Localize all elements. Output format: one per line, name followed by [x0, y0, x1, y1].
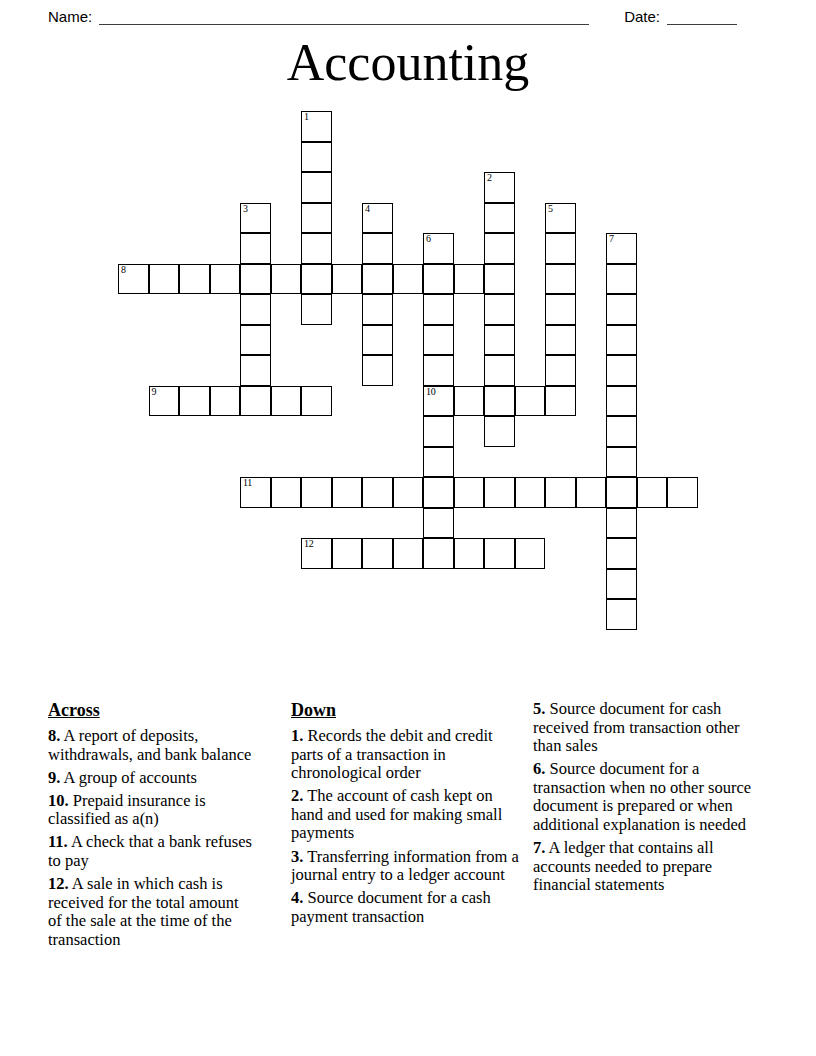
grid-cell-r14c6[interactable]: 12 [301, 538, 332, 569]
down-clues-column-2: 5. Source document for cash received fro… [533, 700, 769, 899]
grid-cell-r16c16[interactable] [606, 599, 637, 630]
grid-cell-r14c13[interactable] [515, 538, 546, 569]
grid-cell-r8c8[interactable] [362, 355, 393, 386]
grid-cell-r9c12[interactable] [484, 386, 515, 417]
grid-cell-r14c16[interactable] [606, 538, 637, 569]
grid-cell-r5c2[interactable] [179, 264, 210, 295]
grid-cell-r6c16[interactable] [606, 294, 637, 325]
grid-cell-r8c4[interactable] [240, 355, 271, 386]
grid-cell-r10c12[interactable] [484, 416, 515, 447]
worksheet-header: Name: Date: [48, 5, 737, 25]
grid-cell-r5c12[interactable] [484, 264, 515, 295]
across-clue-11: 11. A check that a bank refuses to pay [48, 833, 254, 870]
clue-number: 9. [48, 768, 60, 787]
across-clue-10: 10. Prepaid insurance is classified as a… [48, 792, 254, 829]
clue-number: 2. [291, 786, 303, 805]
grid-cell-r1c6[interactable] [301, 142, 332, 173]
grid-cell-r10c16[interactable] [606, 416, 637, 447]
grid-cell-r9c3[interactable] [210, 386, 241, 417]
down-clue-4: 4. Source document for a cash payment tr… [291, 889, 520, 926]
grid-cell-r9c13[interactable] [515, 386, 546, 417]
grid-cell-r9c14[interactable] [545, 386, 576, 417]
grid-cell-r4c4[interactable] [240, 233, 271, 264]
grid-cell-r9c5[interactable] [271, 386, 302, 417]
grid-cell-r4c14[interactable] [545, 233, 576, 264]
grid-cell-r5c1[interactable] [149, 264, 180, 295]
grid-cell-r7c12[interactable] [484, 325, 515, 356]
grid-cell-r9c16[interactable] [606, 386, 637, 417]
cell-number-5: 5 [548, 203, 553, 215]
grid-cell-r5c6[interactable] [301, 264, 332, 295]
grid-cell-r11c16[interactable] [606, 447, 637, 478]
cell-number-4: 4 [365, 203, 370, 215]
grid-cell-r9c2[interactable] [179, 386, 210, 417]
grid-cell-r13c16[interactable] [606, 508, 637, 539]
grid-cell-r5c9[interactable] [393, 264, 424, 295]
grid-cell-r12c7[interactable] [332, 477, 363, 508]
clue-number: 10. [48, 791, 69, 810]
grid-cell-r4c10[interactable]: 6 [423, 233, 454, 264]
clue-number: 1. [291, 726, 303, 745]
down-clue-list-1: 1. Records the debit and credit parts of… [291, 727, 520, 926]
date-blank-line [667, 10, 737, 25]
grid-cell-r3c4[interactable]: 3 [240, 203, 271, 234]
grid-cell-r9c6[interactable] [301, 386, 332, 417]
clue-number: 11. [48, 832, 68, 851]
grid-cell-r12c8[interactable] [362, 477, 393, 508]
grid-cell-r3c6[interactable] [301, 203, 332, 234]
cell-number-8: 8 [121, 264, 126, 276]
grid-cell-r7c4[interactable] [240, 325, 271, 356]
grid-cell-r5c11[interactable] [454, 264, 485, 295]
grid-cell-r14c7[interactable] [332, 538, 363, 569]
grid-cell-r0c6[interactable]: 1 [301, 111, 332, 142]
grid-cell-r7c10[interactable] [423, 325, 454, 356]
grid-cell-r3c14[interactable]: 5 [545, 203, 576, 234]
cell-number-11: 11 [243, 477, 252, 489]
grid-cell-r12c17[interactable] [637, 477, 668, 508]
grid-cell-r7c8[interactable] [362, 325, 393, 356]
grid-cell-r9c10[interactable]: 10 [423, 386, 454, 417]
grid-cell-r9c1[interactable]: 9 [149, 386, 180, 417]
grid-cell-r6c6[interactable] [301, 294, 332, 325]
grid-cell-r14c10[interactable] [423, 538, 454, 569]
grid-cell-r5c14[interactable] [545, 264, 576, 295]
grid-cell-r14c9[interactable] [393, 538, 424, 569]
clue-number: 12. [48, 874, 69, 893]
grid-cell-r4c12[interactable] [484, 233, 515, 264]
grid-cell-r10c10[interactable] [423, 416, 454, 447]
clue-number: 6. [533, 759, 545, 778]
grid-cell-r8c14[interactable] [545, 355, 576, 386]
grid-cell-r12c12[interactable] [484, 477, 515, 508]
grid-cell-r12c16[interactable] [606, 477, 637, 508]
grid-cell-r5c8[interactable] [362, 264, 393, 295]
down-clue-list-2: 5. Source document for cash received fro… [533, 700, 769, 895]
down-heading: Down [291, 700, 520, 721]
grid-cell-r6c10[interactable] [423, 294, 454, 325]
cell-number-7: 7 [609, 233, 614, 245]
grid-cell-r12c15[interactable] [576, 477, 607, 508]
grid-cell-r14c8[interactable] [362, 538, 393, 569]
grid-cell-r9c4[interactable] [240, 386, 271, 417]
clue-number: 5. [533, 699, 545, 718]
down-clue-6: 6. Source document for a transaction whe… [533, 760, 769, 834]
cell-number-12: 12 [304, 538, 313, 550]
grid-cell-r3c8[interactable]: 4 [362, 203, 393, 234]
cell-number-2: 2 [487, 172, 492, 184]
grid-cell-r4c8[interactable] [362, 233, 393, 264]
grid-cell-r12c10[interactable] [423, 477, 454, 508]
clue-number: 4. [291, 888, 303, 907]
puzzle-title: Accounting [0, 33, 816, 93]
name-label: Name: [48, 8, 92, 25]
grid-cell-r9c11[interactable] [454, 386, 485, 417]
across-clue-8: 8. A report of deposits, withdrawals, an… [48, 727, 254, 764]
clue-number: 7. [533, 838, 545, 857]
grid-cell-r8c16[interactable] [606, 355, 637, 386]
grid-cell-r5c16[interactable] [606, 264, 637, 295]
grid-cell-r4c16[interactable]: 7 [606, 233, 637, 264]
cell-number-6: 6 [426, 233, 431, 245]
cell-number-9: 9 [152, 386, 157, 398]
down-clue-1: 1. Records the debit and credit parts of… [291, 727, 520, 783]
grid-cell-r5c5[interactable] [271, 264, 302, 295]
grid-cell-r5c10[interactable] [423, 264, 454, 295]
grid-cell-r6c8[interactable] [362, 294, 393, 325]
down-clue-5: 5. Source document for cash received fro… [533, 700, 769, 756]
down-clues-column-1: Down 1. Records the debit and credit par… [291, 700, 520, 931]
grid-cell-r4c6[interactable] [301, 233, 332, 264]
down-clue-2: 2. The account of cash kept on hand and … [291, 787, 520, 843]
grid-cell-r8c10[interactable] [423, 355, 454, 386]
grid-cell-r13c10[interactable] [423, 508, 454, 539]
grid-cell-r2c6[interactable] [301, 172, 332, 203]
clue-number: 8. [48, 726, 60, 745]
grid-cell-r12c9[interactable] [393, 477, 424, 508]
grid-cell-r7c16[interactable] [606, 325, 637, 356]
name-blank-line [99, 10, 589, 25]
grid-cell-r6c14[interactable] [545, 294, 576, 325]
grid-cell-r2c12[interactable]: 2 [484, 172, 515, 203]
grid-cell-r15c16[interactable] [606, 569, 637, 600]
grid-cell-r12c4[interactable]: 11 [240, 477, 271, 508]
clue-number: 3. [291, 847, 303, 866]
grid-cell-r6c4[interactable] [240, 294, 271, 325]
grid-cell-r5c0[interactable]: 8 [118, 264, 149, 295]
across-clue-12: 12. A sale in which cash is received for… [48, 875, 254, 949]
date-label: Date: [624, 8, 660, 25]
grid-cell-r5c4[interactable] [240, 264, 271, 295]
cell-number-3: 3 [243, 203, 248, 215]
grid-cell-r12c18[interactable] [667, 477, 698, 508]
across-heading: Across [48, 700, 254, 721]
grid-cell-r12c5[interactable] [271, 477, 302, 508]
grid-cell-r12c13[interactable] [515, 477, 546, 508]
cell-number-1: 1 [304, 111, 309, 123]
cell-number-10: 10 [426, 386, 435, 398]
grid-cell-r12c6[interactable] [301, 477, 332, 508]
down-clue-7: 7. A ledger that contains all accounts n… [533, 839, 769, 895]
across-clue-9: 9. A group of accounts [48, 769, 254, 788]
across-clue-list: 8. A report of deposits, withdrawals, an… [48, 727, 254, 950]
crossword-grid: 123456789101112 [118, 111, 698, 630]
across-clues-column: Across 8. A report of deposits, withdraw… [48, 700, 254, 954]
grid-cell-r3c12[interactable] [484, 203, 515, 234]
grid-cell-r14c12[interactable] [484, 538, 515, 569]
grid-cell-r14c11[interactable] [454, 538, 485, 569]
grid-cell-r5c3[interactable] [210, 264, 241, 295]
grid-cell-r12c14[interactable] [545, 477, 576, 508]
grid-cell-r12c11[interactable] [454, 477, 485, 508]
down-clue-3: 3. Transferring information from a journ… [291, 848, 520, 885]
grid-cell-r6c12[interactable] [484, 294, 515, 325]
crossword-worksheet: Name: Date: Accounting 123456789101112 A… [0, 0, 816, 1056]
grid-cell-r7c14[interactable] [545, 325, 576, 356]
grid-cell-r8c12[interactable] [484, 355, 515, 386]
grid-cell-r5c7[interactable] [332, 264, 363, 295]
grid-cell-r11c10[interactable] [423, 447, 454, 478]
